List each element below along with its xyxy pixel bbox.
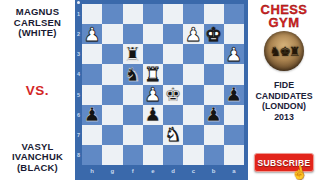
square-h7 [82,125,102,145]
chess-pieces-icon: ♞♚♜ [270,44,299,59]
square-d6 [163,105,183,125]
file-label-e: e [143,165,163,180]
square-f8 [123,145,143,165]
square-a2 [224,24,244,44]
channel-name: CHESS GYM [261,4,308,29]
square-f4: ♞ [123,64,143,84]
square-c3 [183,44,203,64]
square-c2: ♟ [183,24,203,44]
rank-label-4: 4 [75,64,82,84]
piece-black-pawn-e6: ♟ [144,105,161,124]
file-label-g: g [102,165,122,180]
rank-label-5: 5 [75,85,82,105]
square-h1 [82,4,102,24]
piece-black-king-d5: ♚ [165,85,182,104]
rank-label-2: 2 [75,24,82,44]
square-e7 [143,125,163,145]
square-b2: ♚ [204,24,224,44]
square-e4: ♜ [143,64,163,84]
square-g2 [102,24,122,44]
square-a4 [224,64,244,84]
square-g4 [102,64,122,84]
square-e3 [143,44,163,64]
piece-black-knight-f4: ♞ [124,64,141,83]
square-e1 [143,4,163,24]
file-label-b: b [204,165,224,180]
square-e6: ♟ [143,105,163,125]
square-g5 [102,85,122,105]
square-e5: ♟ [143,85,163,105]
square-d4 [163,64,183,84]
rank-label-7: 7 [75,125,82,145]
piece-white-rook-e4: ♜ [144,64,161,83]
piece-black-pawn-a5: ♟ [225,85,242,104]
piece-white-pawn-h2: ♟ [84,24,101,43]
square-d8 [163,145,183,165]
file-label-a: a [224,165,244,180]
rank-label-3: 3 [75,44,82,64]
event-line4: 2013 [255,112,312,123]
piece-white-knight-d7: ♞ [165,125,182,144]
piece-black-pawn-b6: ♟ [205,105,222,124]
square-d7: ♞ [163,125,183,145]
piece-white-pawn-a3: ♟ [225,44,242,63]
board-squares: ♟♟♚♜♟♞♜♟♚♟♟♟♟♞ [82,4,244,165]
square-d5: ♚ [163,85,183,105]
square-b3 [204,44,224,64]
piece-white-pawn-e5: ♟ [144,85,161,104]
file-label-f: f [123,165,143,180]
square-c7 [183,125,203,145]
channel-name-line2: GYM [261,17,308,30]
square-d2 [163,24,183,44]
rank-label-8: 8 [75,145,82,165]
square-g6 [102,105,122,125]
rank-label-6: 6 [75,105,82,125]
square-b1 [204,4,224,24]
square-g1 [102,4,122,24]
square-f6 [123,105,143,125]
square-a5: ♟ [224,85,244,105]
square-h4 [82,64,102,84]
square-d3 [163,44,183,64]
square-h6: ♟ [82,105,102,125]
right-panel: CHESS GYM ♞♚♜ FIDE CANDIDATES (LONDON) 2… [248,0,320,180]
event-label: FIDE CANDIDATES (LONDON) 2013 [255,80,312,122]
square-h8 [82,145,102,165]
event-line3: (LONDON) [255,101,312,112]
square-e8 [143,145,163,165]
vs-label: VS. [26,83,49,98]
square-a1 [224,4,244,24]
square-b8 [204,145,224,165]
event-line2: CANDIDATES [255,91,312,102]
left-panel: MAGNUS CARLSEN (WHITE) VS. VASYL IVANCHU… [0,0,75,180]
square-a3: ♟ [224,44,244,64]
square-f1 [123,4,143,24]
square-g7 [102,125,122,145]
channel-logo: ♞♚♜ [264,31,304,71]
square-c1 [183,4,203,24]
square-g3 [102,44,122,64]
square-h2: ♟ [82,24,102,44]
corner-dot [77,1,80,4]
square-h3 [82,44,102,64]
white-player-line3: (WHITE) [14,28,61,39]
square-f2 [123,24,143,44]
hand-cursor-icon: ☝ [289,164,308,180]
square-c8 [183,145,203,165]
file-label-h: h [82,165,102,180]
file-label-c: c [183,165,203,180]
chess-board: 12345678 ♟♟♚♜♟♞♜♟♚♟♟♟♟♞ hgfedcba [75,0,248,180]
file-label-d: d [163,165,183,180]
subscribe-button[interactable]: SUBSCRIBE ☝ [254,153,314,172]
piece-white-pawn-c2: ♟ [185,24,202,43]
square-c6 [183,105,203,125]
square-c5 [183,85,203,105]
square-a6 [224,105,244,125]
piece-black-rook-f3: ♜ [124,44,141,63]
square-b4 [204,64,224,84]
square-f7 [123,125,143,145]
white-player-label: MAGNUS CARLSEN (WHITE) [14,7,61,39]
square-g8 [102,145,122,165]
black-player-line3: (BLACK) [12,163,63,174]
piece-black-pawn-h6: ♟ [84,105,101,124]
square-f5 [123,85,143,105]
video-thumbnail: MAGNUS CARLSEN (WHITE) VS. VASYL IVANCHU… [0,0,320,180]
file-labels: hgfedcba [75,165,244,180]
square-d1 [163,4,183,24]
event-line1: FIDE [255,80,312,91]
white-player-line1: MAGNUS [14,7,61,18]
black-player-line2: IVANCHUK [12,152,63,163]
piece-white-king-b2: ♚ [205,24,222,43]
square-h5 [82,85,102,105]
square-a7 [224,125,244,145]
square-e2 [143,24,163,44]
square-f3: ♜ [123,44,143,64]
rank-label-1: 1 [75,4,82,24]
square-b6: ♟ [204,105,224,125]
rank-labels: 12345678 [75,4,82,165]
square-b5 [204,85,224,105]
square-b7 [204,125,224,145]
square-c4 [183,64,203,84]
square-a8 [224,145,244,165]
black-player-label: VASYL IVANCHUK (BLACK) [12,142,63,174]
